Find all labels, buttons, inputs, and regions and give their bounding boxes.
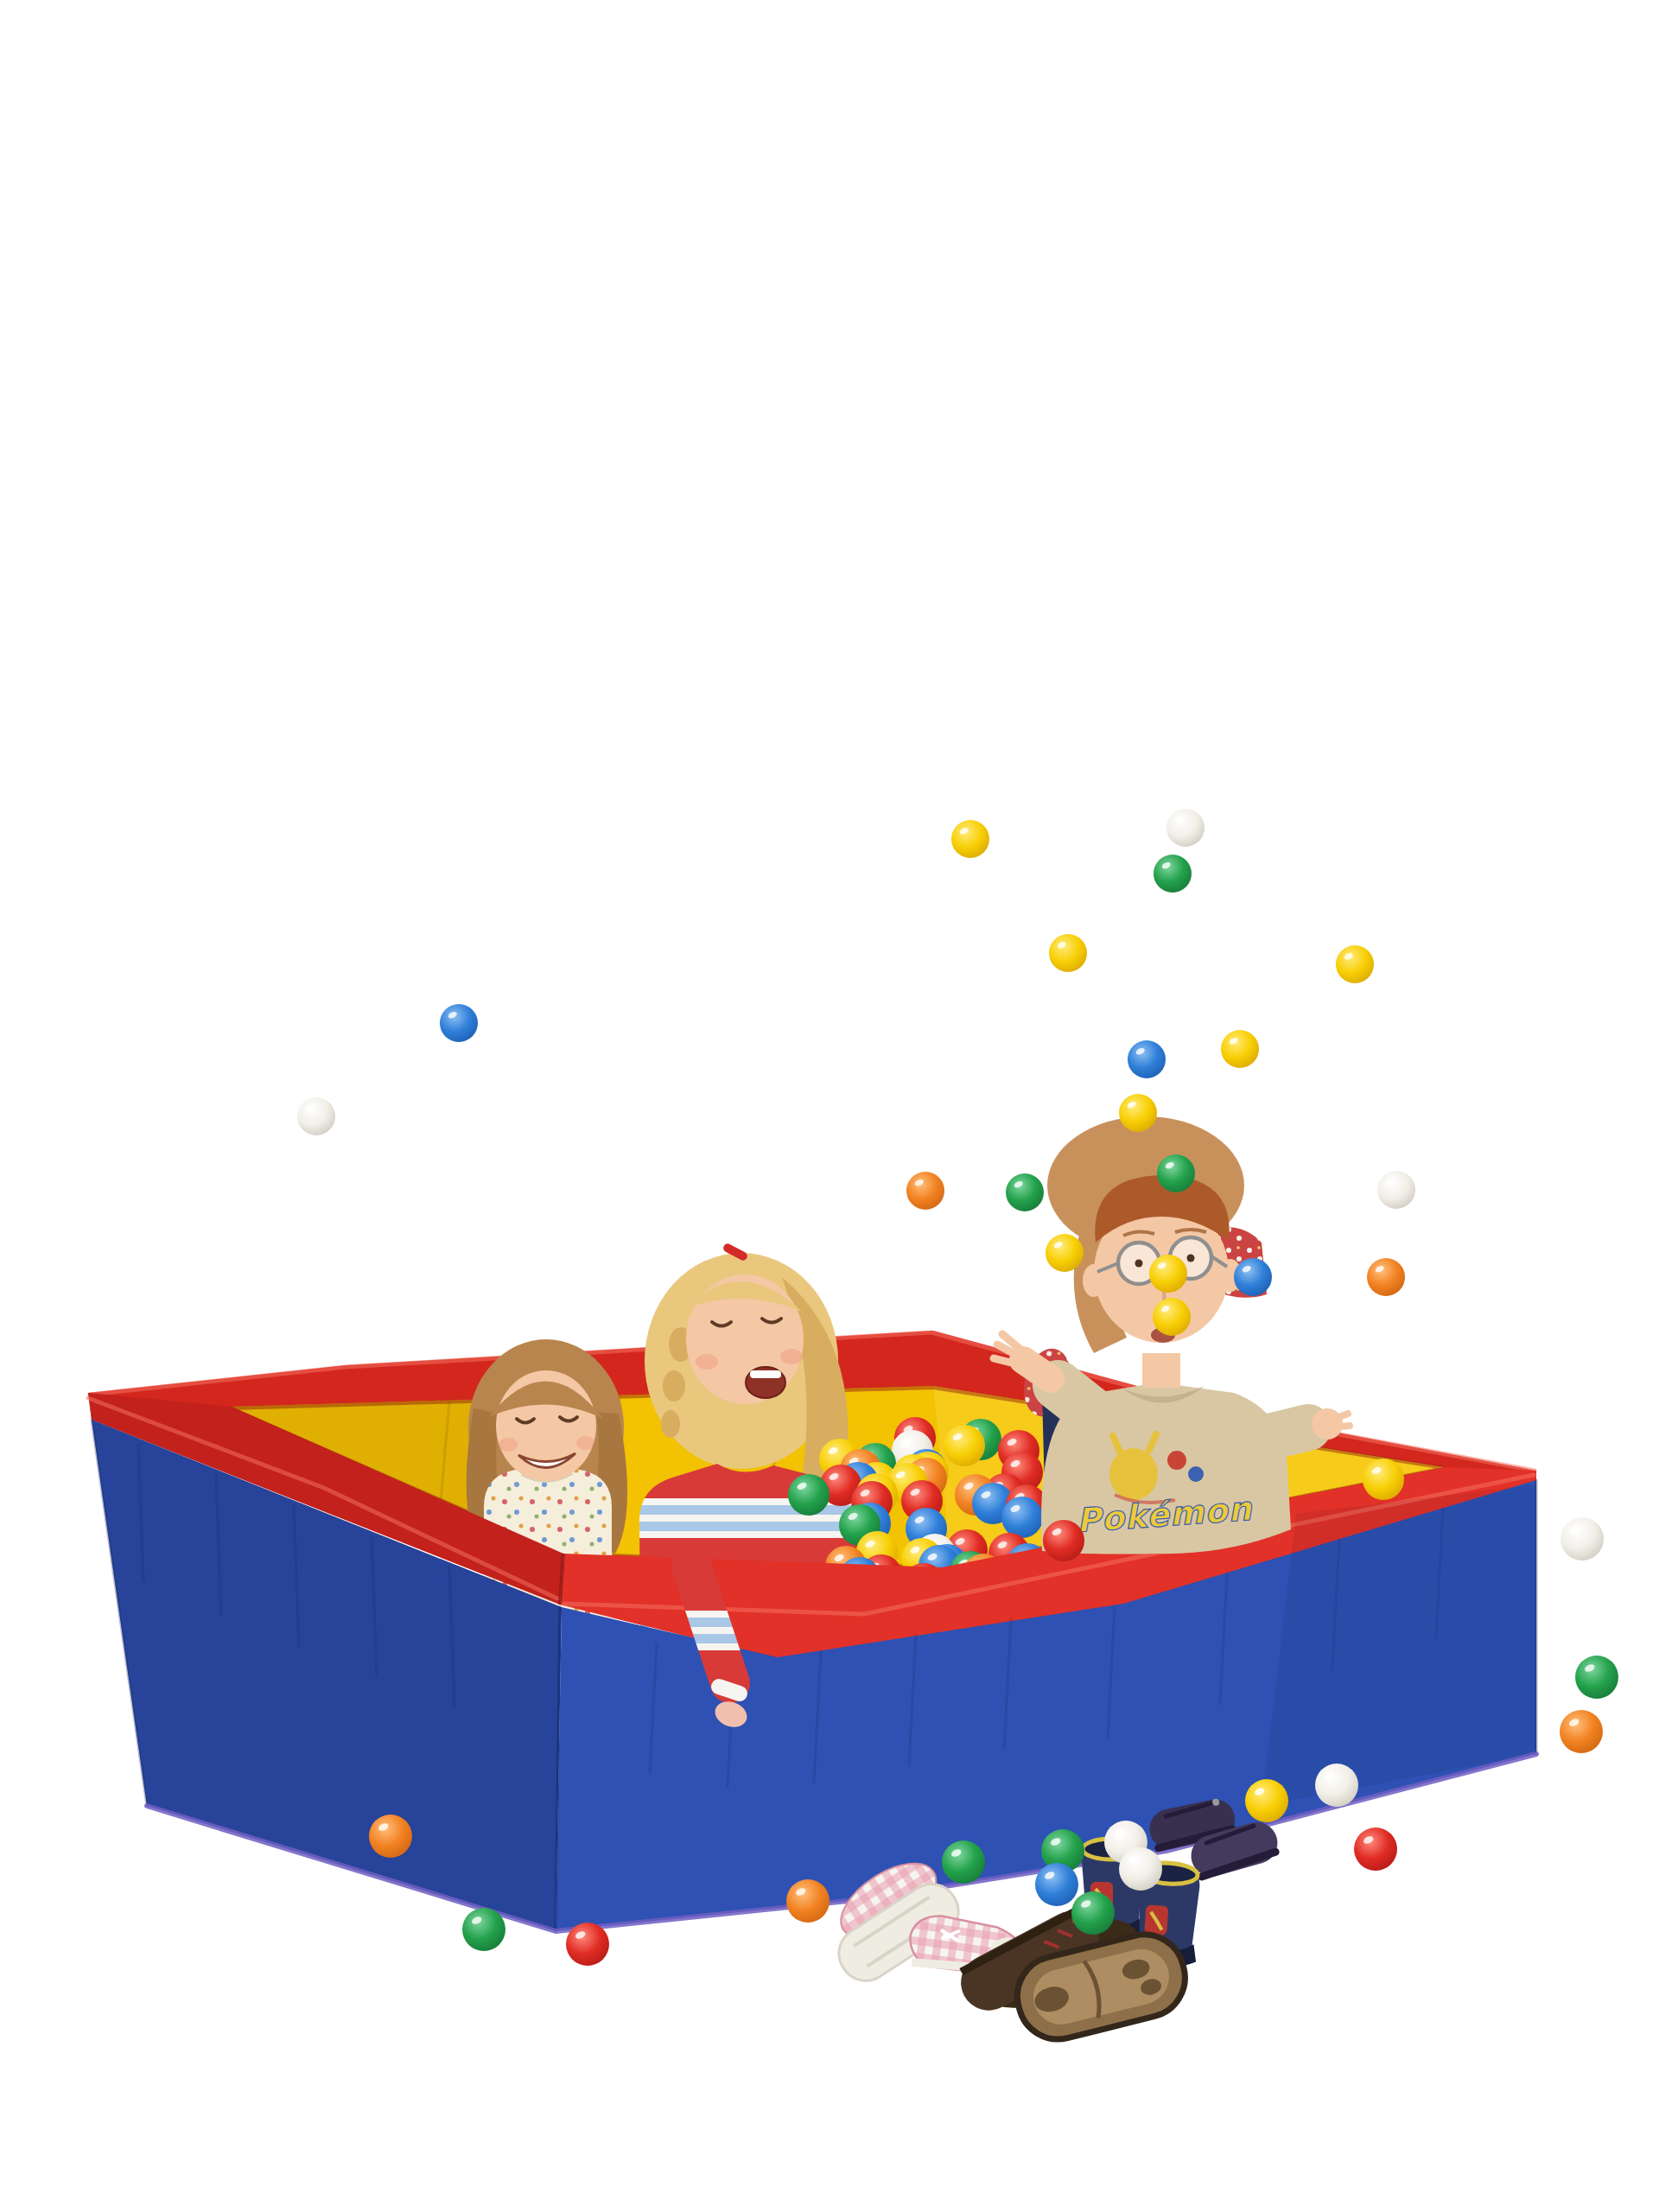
ball-red [566, 1923, 609, 1966]
boy-eye [1135, 1260, 1143, 1268]
ball-circle [1153, 1298, 1191, 1336]
print-red-blob [1167, 1451, 1186, 1470]
ball-circle [1128, 1040, 1166, 1078]
ball-yellow [1119, 1094, 1157, 1132]
boy-left-sleeve [1058, 1385, 1111, 1427]
ball-circle [1157, 1154, 1195, 1192]
ball-yellow [1363, 1459, 1404, 1500]
ball-yellow [1221, 1030, 1259, 1068]
ball-circle [788, 1474, 829, 1516]
ball-circle [1363, 1459, 1404, 1500]
ball-circle [1234, 1258, 1272, 1296]
ball-blue [1234, 1258, 1272, 1296]
girl-left-cheek [576, 1436, 595, 1450]
ball-circle [1001, 1497, 1043, 1538]
ball-circle [1367, 1258, 1405, 1296]
ball-circle [1149, 1255, 1187, 1293]
ball-green [1575, 1656, 1618, 1699]
ball-circle [1049, 934, 1087, 972]
ball-green [942, 1840, 985, 1884]
ball-green [1157, 1154, 1195, 1192]
ball-yellow [1149, 1255, 1187, 1293]
ball-circle [1119, 1094, 1157, 1132]
ball-yellow [951, 820, 989, 858]
ball-green [1006, 1173, 1044, 1211]
boy-eye [1187, 1255, 1195, 1262]
ball-white [1315, 1764, 1358, 1807]
ball-circle [1071, 1891, 1115, 1935]
ball-circle [1560, 1710, 1603, 1753]
ball-green [788, 1474, 829, 1516]
pit-wall-shade [1262, 1484, 1536, 1806]
ball-circle [1377, 1171, 1415, 1209]
ball-circle [1119, 1847, 1162, 1891]
ball-orange [1367, 1258, 1405, 1296]
ball-blue [1035, 1863, 1078, 1906]
boy-right-sleeve [1251, 1427, 1308, 1441]
boy-finger [1332, 1426, 1350, 1427]
ball-circle [1043, 1520, 1084, 1561]
ball-red [1043, 1520, 1084, 1561]
ball-orange [786, 1879, 829, 1923]
ball-orange [369, 1815, 412, 1858]
boy-neck [1142, 1353, 1180, 1388]
ball-circle [1315, 1764, 1358, 1807]
ball-circle [786, 1879, 829, 1923]
girl-center-cuff [719, 1687, 740, 1694]
ball-circle [1154, 855, 1192, 893]
ball-yellow [1336, 945, 1374, 983]
ball-blue [1001, 1497, 1043, 1538]
girl-center-cheek [780, 1349, 803, 1364]
girl-left-cheek [499, 1438, 518, 1452]
ball-yellow [944, 1425, 985, 1466]
ball-circle [1035, 1863, 1078, 1906]
ball-circle [297, 1097, 335, 1135]
ball-white [1166, 809, 1205, 847]
ball-circle [1245, 1779, 1288, 1822]
ball-circle [944, 1425, 985, 1466]
ball-pit-photo: Pokémon [0, 0, 1659, 2212]
ball-yellow [1046, 1234, 1084, 1272]
print-pikachu-blob [1109, 1448, 1158, 1500]
girl-center-braid [663, 1370, 685, 1402]
boy-left-hand [1023, 1360, 1051, 1379]
ball-yellow [1245, 1779, 1288, 1822]
ball-circle [462, 1908, 505, 1951]
ball-circle [1166, 809, 1205, 847]
ball-circle [906, 1172, 944, 1210]
ball-white [297, 1097, 335, 1135]
ball-circle [1560, 1517, 1604, 1560]
girl-center-braid [661, 1410, 680, 1438]
ball-white [1560, 1517, 1604, 1560]
ball-circle [369, 1815, 412, 1858]
ball-green [1154, 855, 1192, 893]
ball-circle [1006, 1173, 1044, 1211]
ball-circle [440, 1004, 478, 1042]
ball-circle [1354, 1827, 1397, 1871]
ball-circle [1575, 1656, 1618, 1699]
ball-circle [1336, 945, 1374, 983]
ball-circle [942, 1840, 985, 1884]
ball-blue [1128, 1040, 1166, 1078]
ball-red [1354, 1827, 1397, 1871]
ball-blue [440, 1004, 478, 1042]
ball-orange [906, 1172, 944, 1210]
ball-circle [566, 1923, 609, 1966]
ball-green [1071, 1891, 1115, 1935]
ball-yellow [1049, 934, 1087, 972]
print-blue-blob [1188, 1466, 1204, 1482]
ball-circle [1046, 1234, 1084, 1272]
ball-green [462, 1908, 505, 1951]
ball-orange [1560, 1710, 1603, 1753]
ball-white [1119, 1847, 1162, 1891]
girl-center-cheek [696, 1354, 718, 1370]
girl-center-teeth [750, 1370, 781, 1378]
ball-yellow [1153, 1298, 1191, 1336]
ball-white [1377, 1171, 1415, 1209]
ball-circle [1221, 1030, 1259, 1068]
scene-svg: Pokémon [0, 0, 1659, 2212]
ball-circle [951, 820, 989, 858]
